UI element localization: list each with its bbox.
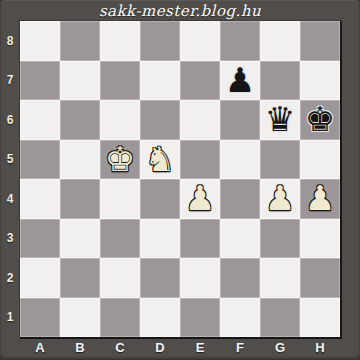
square-g2 bbox=[260, 258, 300, 298]
square-d4 bbox=[140, 179, 180, 219]
square-a1 bbox=[20, 298, 60, 338]
file-label-b: B bbox=[60, 337, 100, 357]
square-d8 bbox=[140, 21, 180, 61]
square-b6 bbox=[60, 100, 100, 140]
square-g1 bbox=[260, 298, 300, 338]
file-labels: ABCDEFGH bbox=[20, 337, 340, 357]
rank-label-4: 4 bbox=[0, 179, 20, 219]
rank-label-2: 2 bbox=[0, 258, 20, 298]
square-e8 bbox=[180, 21, 220, 61]
file-label-d: D bbox=[140, 337, 180, 357]
square-g4: ♟ bbox=[260, 179, 300, 219]
file-label-e: E bbox=[180, 337, 220, 357]
square-b7 bbox=[60, 61, 100, 101]
chess-board: ♟♛♚♚♞♟♟♟ bbox=[20, 21, 342, 339]
square-a3 bbox=[20, 219, 60, 259]
site-watermark: sakk-mester.blog.hu bbox=[0, 0, 360, 21]
square-a2 bbox=[20, 258, 60, 298]
square-a5 bbox=[20, 140, 60, 180]
file-label-c: C bbox=[100, 337, 140, 357]
square-f7: ♟ bbox=[220, 61, 260, 101]
file-label-a: A bbox=[20, 337, 60, 357]
square-h6: ♚ bbox=[300, 100, 340, 140]
piece-white-pawn: ♟ bbox=[305, 179, 335, 219]
square-f4 bbox=[220, 179, 260, 219]
piece-black-queen: ♛ bbox=[265, 100, 295, 140]
square-g8 bbox=[260, 21, 300, 61]
square-d6 bbox=[140, 100, 180, 140]
chess-diagram: sakk-mester.blog.hu 87654321 ♟♛♚♚♞♟♟♟ AB… bbox=[0, 0, 360, 360]
square-c6 bbox=[100, 100, 140, 140]
piece-black-king: ♚ bbox=[305, 100, 335, 140]
rank-label-5: 5 bbox=[0, 140, 20, 180]
square-e3 bbox=[180, 219, 220, 259]
square-g6: ♛ bbox=[260, 100, 300, 140]
square-f3 bbox=[220, 219, 260, 259]
square-a7 bbox=[20, 61, 60, 101]
square-h8 bbox=[300, 21, 340, 61]
square-g7 bbox=[260, 61, 300, 101]
square-b8 bbox=[60, 21, 100, 61]
piece-white-knight: ♞ bbox=[145, 140, 175, 180]
square-h4: ♟ bbox=[300, 179, 340, 219]
square-e5 bbox=[180, 140, 220, 180]
rank-label-8: 8 bbox=[0, 21, 20, 61]
square-d1 bbox=[140, 298, 180, 338]
square-c1 bbox=[100, 298, 140, 338]
square-d2 bbox=[140, 258, 180, 298]
square-c3 bbox=[100, 219, 140, 259]
piece-white-pawn: ♟ bbox=[265, 179, 295, 219]
square-f6 bbox=[220, 100, 260, 140]
rank-labels: 87654321 bbox=[0, 21, 20, 337]
square-h2 bbox=[300, 258, 340, 298]
square-a6 bbox=[20, 100, 60, 140]
piece-white-king: ♚ bbox=[105, 140, 135, 180]
rank-label-7: 7 bbox=[0, 61, 20, 101]
rank-label-1: 1 bbox=[0, 298, 20, 338]
square-h1 bbox=[300, 298, 340, 338]
square-d3 bbox=[140, 219, 180, 259]
square-e6 bbox=[180, 100, 220, 140]
rank-label-6: 6 bbox=[0, 100, 20, 140]
square-b1 bbox=[60, 298, 100, 338]
file-label-f: F bbox=[220, 337, 260, 357]
square-e1 bbox=[180, 298, 220, 338]
square-f5 bbox=[220, 140, 260, 180]
rank-label-3: 3 bbox=[0, 219, 20, 259]
square-b5 bbox=[60, 140, 100, 180]
square-e2 bbox=[180, 258, 220, 298]
square-a4 bbox=[20, 179, 60, 219]
square-g3 bbox=[260, 219, 300, 259]
piece-black-pawn: ♟ bbox=[225, 61, 255, 101]
piece-white-pawn: ♟ bbox=[185, 179, 215, 219]
square-b2 bbox=[60, 258, 100, 298]
square-f2 bbox=[220, 258, 260, 298]
square-c4 bbox=[100, 179, 140, 219]
square-c5: ♚ bbox=[100, 140, 140, 180]
square-a8 bbox=[20, 21, 60, 61]
square-g5 bbox=[260, 140, 300, 180]
square-b4 bbox=[60, 179, 100, 219]
square-e4: ♟ bbox=[180, 179, 220, 219]
square-h5 bbox=[300, 140, 340, 180]
square-c7 bbox=[100, 61, 140, 101]
square-d5: ♞ bbox=[140, 140, 180, 180]
square-b3 bbox=[60, 219, 100, 259]
square-f8 bbox=[220, 21, 260, 61]
square-c2 bbox=[100, 258, 140, 298]
square-c8 bbox=[100, 21, 140, 61]
square-h7 bbox=[300, 61, 340, 101]
file-label-g: G bbox=[260, 337, 300, 357]
square-d7 bbox=[140, 61, 180, 101]
square-h3 bbox=[300, 219, 340, 259]
square-e7 bbox=[180, 61, 220, 101]
square-f1 bbox=[220, 298, 260, 338]
file-label-h: H bbox=[300, 337, 340, 357]
